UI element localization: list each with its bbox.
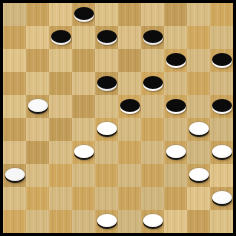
white-man[interactable]: ⛀ bbox=[189, 122, 209, 135]
light-square[interactable] bbox=[164, 26, 187, 49]
white-man[interactable]: ⛀ bbox=[5, 168, 25, 181]
dark-square[interactable] bbox=[3, 72, 26, 95]
dark-square[interactable] bbox=[164, 3, 187, 26]
black-man[interactable]: ⛂ bbox=[166, 99, 186, 112]
dark-square[interactable]: ⛂ bbox=[164, 95, 187, 118]
dark-square[interactable] bbox=[118, 49, 141, 72]
black-man[interactable]: ⛂ bbox=[97, 76, 117, 89]
dark-square[interactable] bbox=[49, 164, 72, 187]
dark-square[interactable]: ⛂ bbox=[95, 26, 118, 49]
dark-square[interactable] bbox=[26, 49, 49, 72]
light-square[interactable] bbox=[210, 164, 233, 187]
dark-square[interactable] bbox=[3, 26, 26, 49]
dark-square[interactable] bbox=[141, 118, 164, 141]
dark-square[interactable] bbox=[187, 26, 210, 49]
white-man[interactable]: ⛀ bbox=[143, 214, 163, 227]
white-man[interactable]: ⛀ bbox=[212, 145, 232, 158]
dark-square[interactable] bbox=[118, 141, 141, 164]
light-square[interactable] bbox=[3, 95, 26, 118]
dark-square[interactable] bbox=[26, 141, 49, 164]
dark-square[interactable] bbox=[26, 187, 49, 210]
light-square[interactable] bbox=[118, 26, 141, 49]
dark-square[interactable]: ⛀ bbox=[210, 141, 233, 164]
light-square[interactable] bbox=[72, 72, 95, 95]
dark-square[interactable] bbox=[187, 210, 210, 233]
light-square[interactable] bbox=[164, 164, 187, 187]
white-man[interactable]: ⛀ bbox=[166, 145, 186, 158]
light-square[interactable] bbox=[118, 164, 141, 187]
dark-square[interactable]: ⛀ bbox=[26, 95, 49, 118]
white-man[interactable]: ⛀ bbox=[189, 168, 209, 181]
light-square[interactable] bbox=[95, 3, 118, 26]
light-square[interactable] bbox=[49, 187, 72, 210]
light-square[interactable] bbox=[187, 49, 210, 72]
light-square[interactable] bbox=[210, 118, 233, 141]
dark-square[interactable]: ⛂ bbox=[141, 72, 164, 95]
dark-square[interactable] bbox=[72, 49, 95, 72]
dark-square[interactable] bbox=[210, 3, 233, 26]
light-square[interactable] bbox=[49, 49, 72, 72]
light-square[interactable] bbox=[210, 26, 233, 49]
dark-square[interactable] bbox=[49, 118, 72, 141]
light-square[interactable] bbox=[164, 118, 187, 141]
light-square[interactable] bbox=[95, 187, 118, 210]
white-man[interactable]: ⛀ bbox=[74, 145, 94, 158]
light-square[interactable] bbox=[164, 72, 187, 95]
dark-square[interactable]: ⛀ bbox=[187, 164, 210, 187]
black-man[interactable]: ⛂ bbox=[143, 30, 163, 43]
light-square[interactable] bbox=[187, 187, 210, 210]
dark-square[interactable] bbox=[3, 118, 26, 141]
dark-square[interactable] bbox=[95, 164, 118, 187]
dark-square[interactable] bbox=[187, 72, 210, 95]
dark-square[interactable]: ⛀ bbox=[95, 210, 118, 233]
black-man[interactable]: ⛂ bbox=[212, 53, 232, 66]
white-man[interactable]: ⛀ bbox=[28, 99, 48, 112]
black-man[interactable]: ⛂ bbox=[97, 30, 117, 43]
light-square[interactable] bbox=[3, 141, 26, 164]
dark-square[interactable] bbox=[72, 187, 95, 210]
dark-square[interactable]: ⛀ bbox=[141, 210, 164, 233]
light-square[interactable] bbox=[26, 164, 49, 187]
light-square[interactable] bbox=[141, 95, 164, 118]
dark-square[interactable]: ⛂ bbox=[141, 26, 164, 49]
light-square[interactable] bbox=[72, 210, 95, 233]
white-man[interactable]: ⛀ bbox=[97, 122, 117, 135]
dark-square[interactable] bbox=[141, 164, 164, 187]
light-square[interactable] bbox=[141, 141, 164, 164]
light-square[interactable] bbox=[118, 210, 141, 233]
light-square[interactable] bbox=[26, 72, 49, 95]
light-square[interactable] bbox=[72, 26, 95, 49]
dark-square[interactable]: ⛂ bbox=[118, 95, 141, 118]
light-square[interactable] bbox=[95, 49, 118, 72]
light-square[interactable] bbox=[141, 49, 164, 72]
dark-square[interactable] bbox=[118, 187, 141, 210]
draughts-board: ⛂⛂⛂⛂⛂⛂⛂⛂⛀⛂⛂⛂⛀⛀⛀⛀⛀⛀⛀⛀⛀⛀ bbox=[3, 3, 233, 233]
light-square[interactable] bbox=[72, 164, 95, 187]
light-square[interactable] bbox=[187, 3, 210, 26]
dark-square[interactable] bbox=[26, 3, 49, 26]
light-square[interactable] bbox=[49, 3, 72, 26]
light-square[interactable] bbox=[210, 72, 233, 95]
dark-square[interactable]: ⛂ bbox=[210, 49, 233, 72]
dark-square[interactable]: ⛀ bbox=[187, 118, 210, 141]
light-square[interactable] bbox=[95, 141, 118, 164]
light-square[interactable] bbox=[210, 210, 233, 233]
light-square[interactable] bbox=[3, 49, 26, 72]
dark-square[interactable] bbox=[3, 210, 26, 233]
light-square[interactable] bbox=[49, 141, 72, 164]
black-man[interactable]: ⛂ bbox=[74, 7, 94, 20]
black-man[interactable]: ⛂ bbox=[166, 53, 186, 66]
dark-square[interactable] bbox=[118, 3, 141, 26]
dark-square[interactable] bbox=[72, 95, 95, 118]
dark-square[interactable]: ⛀ bbox=[3, 164, 26, 187]
dark-square[interactable]: ⛀ bbox=[95, 118, 118, 141]
dark-square[interactable]: ⛂ bbox=[72, 3, 95, 26]
black-man[interactable]: ⛂ bbox=[143, 76, 163, 89]
light-square[interactable] bbox=[72, 118, 95, 141]
dark-square[interactable]: ⛂ bbox=[95, 72, 118, 95]
white-man[interactable]: ⛀ bbox=[97, 214, 117, 227]
dark-square[interactable]: ⛂ bbox=[210, 95, 233, 118]
light-square[interactable] bbox=[49, 95, 72, 118]
dark-square[interactable]: ⛂ bbox=[49, 26, 72, 49]
light-square[interactable] bbox=[3, 3, 26, 26]
light-square[interactable] bbox=[187, 95, 210, 118]
black-man[interactable]: ⛂ bbox=[120, 99, 140, 112]
dark-square[interactable]: ⛀ bbox=[72, 141, 95, 164]
light-square[interactable] bbox=[26, 118, 49, 141]
light-square[interactable] bbox=[26, 26, 49, 49]
dark-square[interactable]: ⛂ bbox=[164, 49, 187, 72]
light-square[interactable] bbox=[141, 3, 164, 26]
dark-square[interactable] bbox=[164, 187, 187, 210]
black-man[interactable]: ⛂ bbox=[212, 99, 232, 112]
dark-square[interactable]: ⛀ bbox=[164, 141, 187, 164]
light-square[interactable] bbox=[187, 141, 210, 164]
light-square[interactable] bbox=[26, 210, 49, 233]
light-square[interactable] bbox=[118, 118, 141, 141]
light-square[interactable] bbox=[141, 187, 164, 210]
dark-square[interactable]: ⛀ bbox=[210, 187, 233, 210]
light-square[interactable] bbox=[3, 187, 26, 210]
dark-square[interactable] bbox=[49, 210, 72, 233]
white-man[interactable]: ⛀ bbox=[212, 191, 232, 204]
light-square[interactable] bbox=[118, 72, 141, 95]
board-frame: ⛂⛂⛂⛂⛂⛂⛂⛂⛀⛂⛂⛂⛀⛀⛀⛀⛀⛀⛀⛀⛀⛀ bbox=[0, 0, 236, 236]
light-square[interactable] bbox=[95, 95, 118, 118]
light-square[interactable] bbox=[164, 210, 187, 233]
black-man[interactable]: ⛂ bbox=[51, 30, 71, 43]
dark-square[interactable] bbox=[49, 72, 72, 95]
